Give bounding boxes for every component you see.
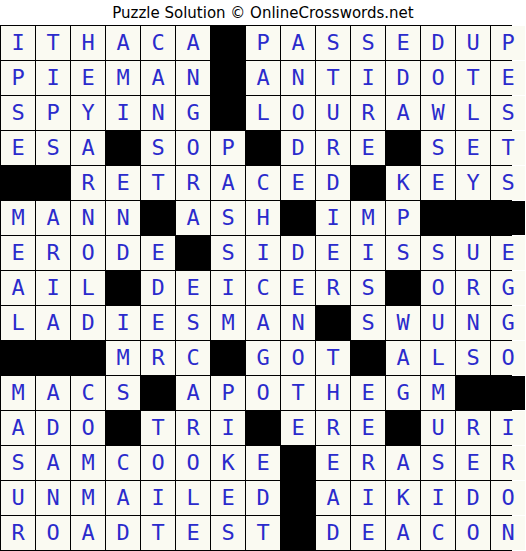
letter-cell-r3c2: P (36, 96, 70, 130)
letter-cell-r4c11: E (351, 131, 385, 165)
letter-cell-r4c2: S (36, 131, 70, 165)
block-cell-r5c2 (36, 166, 70, 200)
letter-cell-r11c7: P (211, 376, 245, 410)
letter-cell-r15c12: A (386, 516, 420, 550)
block-cell-r8c12 (386, 271, 420, 305)
letter-cell-r9c4: I (106, 306, 140, 340)
letter-cell-r7c9: D (281, 236, 315, 270)
letter-cell-r7c2: R (36, 236, 70, 270)
letter-cell-r8c3: L (71, 271, 105, 305)
letter-cell-r9c6: S (176, 306, 210, 340)
letter-cell-r5c7: A (211, 166, 245, 200)
letter-cell-r7c12: S (386, 236, 420, 270)
letter-cell-r11c11: E (351, 376, 385, 410)
letter-cell-r3c1: S (1, 96, 35, 130)
letter-cell-r14c5: I (141, 481, 175, 515)
block-cell-r10c2 (36, 341, 70, 375)
letter-cell-r2c2: I (36, 61, 70, 95)
letter-cell-r6c11: M (351, 201, 385, 235)
letter-cell-r2c13: O (421, 61, 455, 95)
block-cell-r11c5 (141, 376, 175, 410)
letter-cell-r9c8: A (246, 306, 280, 340)
letter-cell-r10c14: S (456, 341, 490, 375)
letter-cell-r2c3: E (71, 61, 105, 95)
letter-cell-r13c15: R (491, 446, 525, 480)
letter-cell-r13c14: E (456, 446, 490, 480)
letter-cell-r15c8: T (246, 516, 280, 550)
letter-cell-r6c2: A (36, 201, 70, 235)
letter-cell-r12c10: R (316, 411, 350, 445)
letter-cell-r8c11: S (351, 271, 385, 305)
letter-cell-r6c7: S (211, 201, 245, 235)
letter-cell-r5c6: R (176, 166, 210, 200)
block-cell-r4c8 (246, 131, 280, 165)
letter-cell-r10c4: M (106, 341, 140, 375)
block-cell-r10c7 (211, 341, 245, 375)
letter-cell-r9c2: A (36, 306, 70, 340)
block-cell-r14c9 (281, 481, 315, 515)
letter-cell-r14c13: I (421, 481, 455, 515)
letter-cell-r11c13: M (421, 376, 455, 410)
block-cell-r6c13 (421, 201, 455, 235)
letter-cell-r12c13: U (421, 411, 455, 445)
letter-cell-r7c7: S (211, 236, 245, 270)
letter-cell-r15c1: R (1, 516, 35, 550)
letter-cell-r7c5: E (141, 236, 175, 270)
letter-cell-r3c3: Y (71, 96, 105, 130)
letter-cell-r7c11: I (351, 236, 385, 270)
letter-cell-r13c10: E (316, 446, 350, 480)
letter-cell-r7c15: E (491, 236, 525, 270)
letter-cell-r8c6: E (176, 271, 210, 305)
letter-cell-r11c6: A (176, 376, 210, 410)
letter-cell-r10c9: O (281, 341, 315, 375)
letter-cell-r13c4: C (106, 446, 140, 480)
letter-cell-r3c4: I (106, 96, 140, 130)
letter-cell-r8c1: A (1, 271, 35, 305)
letter-cell-r6c6: A (176, 201, 210, 235)
letter-cell-r2c6: N (176, 61, 210, 95)
letter-cell-r4c7: P (211, 131, 245, 165)
block-cell-r15c9 (281, 516, 315, 550)
crossword-grid: ITHACAPASSEDUPPIEMANANTIDOTESPYINGLOURAW… (0, 25, 512, 551)
letter-cell-r1c11: S (351, 26, 385, 60)
letter-cell-r9c5: E (141, 306, 175, 340)
letter-cell-r1c4: A (106, 26, 140, 60)
letter-cell-r4c15: T (491, 131, 525, 165)
letter-cell-r3c11: R (351, 96, 385, 130)
letter-cell-r8c7: I (211, 271, 245, 305)
letter-cell-r11c9: T (281, 376, 315, 410)
letter-cell-r7c8: I (246, 236, 280, 270)
letter-cell-r1c5: C (141, 26, 175, 60)
letter-cell-r13c13: S (421, 446, 455, 480)
letter-cell-r1c12: E (386, 26, 420, 60)
letter-cell-r15c11: E (351, 516, 385, 550)
letter-cell-r7c3: O (71, 236, 105, 270)
letter-cell-r5c10: D (316, 166, 350, 200)
letter-cell-r7c10: E (316, 236, 350, 270)
letter-cell-r13c3: M (71, 446, 105, 480)
letter-cell-r10c13: L (421, 341, 455, 375)
letter-cell-r6c1: M (1, 201, 35, 235)
letter-cell-r12c7: I (211, 411, 245, 445)
letter-cell-r12c2: D (36, 411, 70, 445)
letter-cell-r2c9: N (281, 61, 315, 95)
letter-cell-r5c8: C (246, 166, 280, 200)
letter-cell-r12c1: A (1, 411, 35, 445)
letter-cell-r7c1: E (1, 236, 35, 270)
letter-cell-r12c3: O (71, 411, 105, 445)
block-cell-r4c12 (386, 131, 420, 165)
letter-cell-r10c15: O (491, 341, 525, 375)
letter-cell-r11c4: S (106, 376, 140, 410)
letter-cell-r4c6: O (176, 131, 210, 165)
letter-cell-r15c15: N (491, 516, 525, 550)
letter-cell-r5c15: S (491, 166, 525, 200)
letter-cell-r2c10: T (316, 61, 350, 95)
letter-cell-r1c3: H (71, 26, 105, 60)
letter-cell-r1c9: A (281, 26, 315, 60)
block-cell-r11c15 (491, 376, 525, 410)
letter-cell-r13c7: K (211, 446, 245, 480)
letter-cell-r8c5: D (141, 271, 175, 305)
letter-cell-r2c8: A (246, 61, 280, 95)
letter-cell-r8c2: I (36, 271, 70, 305)
letter-cell-r14c2: N (36, 481, 70, 515)
letter-cell-r5c13: E (421, 166, 455, 200)
letter-cell-r1c14: U (456, 26, 490, 60)
block-cell-r13c9 (281, 446, 315, 480)
letter-cell-r15c4: D (106, 516, 140, 550)
letter-cell-r3c10: U (316, 96, 350, 130)
block-cell-r12c8 (246, 411, 280, 445)
letter-cell-r9c12: W (386, 306, 420, 340)
letter-cell-r5c14: Y (456, 166, 490, 200)
letter-cell-r2c12: D (386, 61, 420, 95)
letter-cell-r2c4: M (106, 61, 140, 95)
letter-cell-r13c11: R (351, 446, 385, 480)
letter-cell-r3c15: S (491, 96, 525, 130)
letter-cell-r10c8: G (246, 341, 280, 375)
block-cell-r12c4 (106, 411, 140, 445)
letter-cell-r13c8: E (246, 446, 280, 480)
letter-cell-r5c3: R (71, 166, 105, 200)
letter-cell-r9c1: L (1, 306, 35, 340)
letter-cell-r4c13: S (421, 131, 455, 165)
letter-cell-r13c5: O (141, 446, 175, 480)
letter-cell-r9c7: M (211, 306, 245, 340)
page-title: Puzzle Solution © OnlineCrosswords.net (0, 0, 526, 25)
letter-cell-r12c11: E (351, 411, 385, 445)
letter-cell-r13c1: S (1, 446, 35, 480)
letter-cell-r1c2: T (36, 26, 70, 60)
letter-cell-r1c6: A (176, 26, 210, 60)
block-cell-r1c7 (211, 26, 245, 60)
letter-cell-r15c5: T (141, 516, 175, 550)
block-cell-r6c5 (141, 201, 175, 235)
letter-cell-r11c12: G (386, 376, 420, 410)
letter-cell-r12c6: R (176, 411, 210, 445)
letter-cell-r12c15: I (491, 411, 525, 445)
block-cell-r8c4 (106, 271, 140, 305)
letter-cell-r8c10: R (316, 271, 350, 305)
letter-cell-r4c5: S (141, 131, 175, 165)
letter-cell-r3c14: L (456, 96, 490, 130)
letter-cell-r9c9: N (281, 306, 315, 340)
letter-cell-r15c3: A (71, 516, 105, 550)
block-cell-r10c1 (1, 341, 35, 375)
block-cell-r4c4 (106, 131, 140, 165)
letter-cell-r12c14: R (456, 411, 490, 445)
letter-cell-r10c12: A (386, 341, 420, 375)
letter-cell-r12c5: T (141, 411, 175, 445)
letter-cell-r1c10: S (316, 26, 350, 60)
letter-cell-r9c15: G (491, 306, 525, 340)
letter-cell-r6c12: P (386, 201, 420, 235)
letter-cell-r1c13: D (421, 26, 455, 60)
block-cell-r2c7 (211, 61, 245, 95)
letter-cell-r14c4: A (106, 481, 140, 515)
letter-cell-r1c8: P (246, 26, 280, 60)
letter-cell-r8c8: C (246, 271, 280, 305)
letter-cell-r1c1: I (1, 26, 35, 60)
block-cell-r9c10 (316, 306, 350, 340)
letter-cell-r2c11: I (351, 61, 385, 95)
letter-cell-r1c15: P (491, 26, 525, 60)
letter-cell-r13c2: A (36, 446, 70, 480)
letter-cell-r9c14: N (456, 306, 490, 340)
puzzle-solution-page: Puzzle Solution © OnlineCrosswords.net I… (0, 0, 526, 551)
letter-cell-r13c6: O (176, 446, 210, 480)
letter-cell-r7c4: D (106, 236, 140, 270)
letter-cell-r11c2: A (36, 376, 70, 410)
letter-cell-r4c3: A (71, 131, 105, 165)
letter-cell-r9c11: S (351, 306, 385, 340)
letter-cell-r10c6: C (176, 341, 210, 375)
letter-cell-r2c1: P (1, 61, 35, 95)
letter-cell-r3c13: W (421, 96, 455, 130)
letter-cell-r14c14: D (456, 481, 490, 515)
letter-cell-r5c5: T (141, 166, 175, 200)
letter-cell-r15c14: O (456, 516, 490, 550)
letter-cell-r14c6: L (176, 481, 210, 515)
letter-cell-r9c13: U (421, 306, 455, 340)
block-cell-r10c3 (71, 341, 105, 375)
letter-cell-r8c15: G (491, 271, 525, 305)
letter-cell-r3c9: O (281, 96, 315, 130)
letter-cell-r7c13: S (421, 236, 455, 270)
letter-cell-r15c6: E (176, 516, 210, 550)
letter-cell-r13c12: A (386, 446, 420, 480)
block-cell-r5c11 (351, 166, 385, 200)
letter-cell-r8c13: O (421, 271, 455, 305)
letter-cell-r15c2: O (36, 516, 70, 550)
letter-cell-r15c10: D (316, 516, 350, 550)
letter-cell-r2c14: T (456, 61, 490, 95)
letter-cell-r5c4: E (106, 166, 140, 200)
letter-cell-r14c12: K (386, 481, 420, 515)
block-cell-r10c11 (351, 341, 385, 375)
block-cell-r6c14 (456, 201, 490, 235)
block-cell-r6c15 (491, 201, 525, 235)
letter-cell-r12c9: E (281, 411, 315, 445)
letter-cell-r6c3: N (71, 201, 105, 235)
letter-cell-r6c4: N (106, 201, 140, 235)
letter-cell-r2c5: A (141, 61, 175, 95)
letter-cell-r6c8: H (246, 201, 280, 235)
letter-cell-r3c12: A (386, 96, 420, 130)
letter-cell-r4c14: E (456, 131, 490, 165)
letter-cell-r3c6: G (176, 96, 210, 130)
letter-cell-r9c3: D (71, 306, 105, 340)
letter-cell-r10c10: T (316, 341, 350, 375)
block-cell-r12c12 (386, 411, 420, 445)
letter-cell-r5c12: K (386, 166, 420, 200)
letter-cell-r14c8: D (246, 481, 280, 515)
letter-cell-r14c11: I (351, 481, 385, 515)
letter-cell-r6c10: I (316, 201, 350, 235)
block-cell-r6c9 (281, 201, 315, 235)
letter-cell-r8c9: E (281, 271, 315, 305)
letter-cell-r14c15: O (491, 481, 525, 515)
letter-cell-r5c9: E (281, 166, 315, 200)
block-cell-r11c14 (456, 376, 490, 410)
letter-cell-r11c3: C (71, 376, 105, 410)
letter-cell-r14c10: A (316, 481, 350, 515)
letter-cell-r4c9: D (281, 131, 315, 165)
letter-cell-r15c13: C (421, 516, 455, 550)
block-cell-r7c6 (176, 236, 210, 270)
letter-cell-r8c14: R (456, 271, 490, 305)
block-cell-r5c1 (1, 166, 35, 200)
letter-cell-r4c10: R (316, 131, 350, 165)
letter-cell-r4c1: E (1, 131, 35, 165)
letter-cell-r14c1: U (1, 481, 35, 515)
letter-cell-r10c5: R (141, 341, 175, 375)
letter-cell-r11c1: M (1, 376, 35, 410)
letter-cell-r3c8: L (246, 96, 280, 130)
block-cell-r3c7 (211, 96, 245, 130)
letter-cell-r15c7: S (211, 516, 245, 550)
letter-cell-r11c8: O (246, 376, 280, 410)
letter-cell-r7c14: U (456, 236, 490, 270)
letter-cell-r3c5: N (141, 96, 175, 130)
letter-cell-r2c15: E (491, 61, 525, 95)
letter-cell-r14c3: M (71, 481, 105, 515)
letter-cell-r11c10: H (316, 376, 350, 410)
letter-cell-r14c7: E (211, 481, 245, 515)
